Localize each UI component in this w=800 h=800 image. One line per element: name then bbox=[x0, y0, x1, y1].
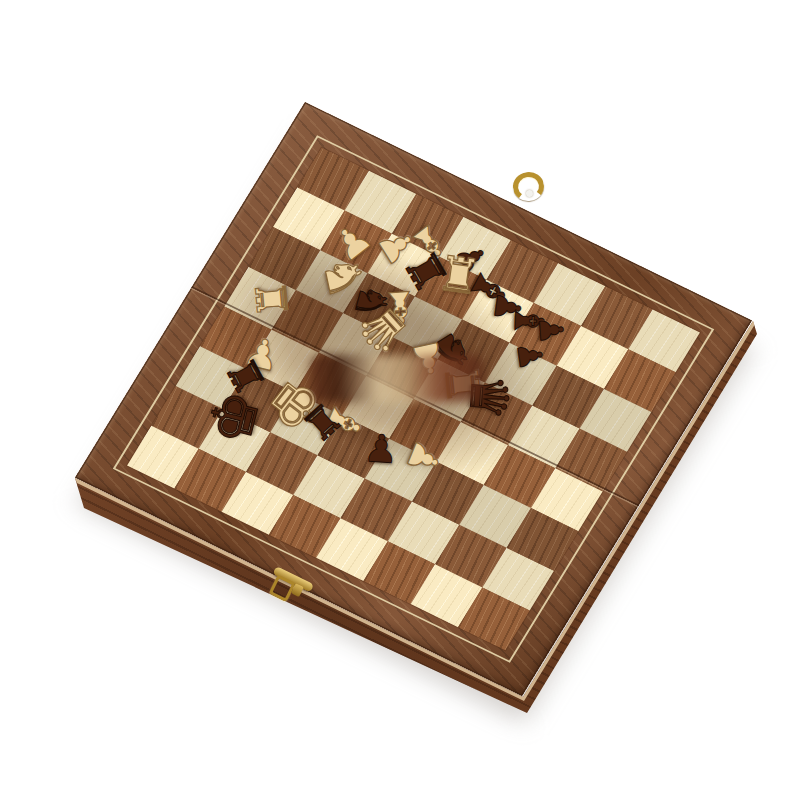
light-pawn[interactable]: ♟ bbox=[400, 435, 448, 481]
dark-king[interactable]: ♚ bbox=[198, 384, 269, 451]
blurred-watermark-patch bbox=[311, 355, 483, 402]
dark-pawn[interactable]: ♟ bbox=[363, 429, 400, 469]
product-photo-scene: ♟♟♝♟♜♜♞♜♝♞♟♝♟♝♛♟♞♟♟♜♜♛♚♚♝♜♟♟ bbox=[0, 0, 800, 800]
light-rook[interactable]: ♜ bbox=[250, 278, 295, 319]
dark-pawn[interactable]: ♟ bbox=[512, 340, 548, 373]
